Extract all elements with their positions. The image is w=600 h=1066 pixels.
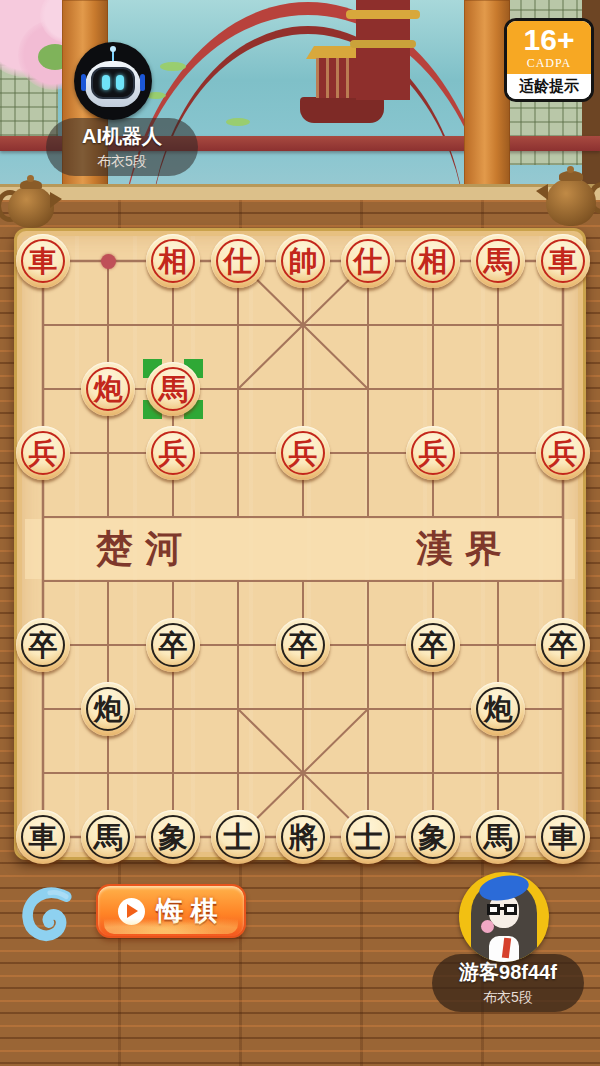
undo-button[interactable]: 悔棋	[96, 884, 246, 938]
age-rating-value: 16+	[507, 25, 591, 55]
bottom-player-avatar girl-avatar[interactable]	[459, 872, 549, 962]
board-piece-red[interactable]: 車	[11, 229, 76, 293]
age-rating-org: CADPA	[507, 56, 591, 71]
board-piece-black[interactable]: 象	[401, 805, 466, 869]
pagoda-roof	[346, 10, 420, 19]
board-piece-red[interactable]: 仕	[206, 229, 271, 293]
boat-hull	[300, 97, 384, 123]
board-piece-black[interactable]: 卒	[11, 613, 76, 677]
robot-ear	[81, 74, 86, 91]
board-piece-red[interactable]: 馬	[466, 229, 531, 293]
board-piece-red[interactable]: 車	[531, 229, 596, 293]
robot-face	[91, 67, 135, 99]
lily-pad	[160, 62, 186, 71]
board-piece-red[interactable]: 相	[141, 229, 206, 293]
avatar-glasses-bridge	[499, 907, 505, 910]
bottom-player-rank: 布衣5段	[483, 989, 533, 1007]
board-piece-black[interactable]: 卒	[401, 613, 466, 677]
bottom-player-name: 游客98f44f	[459, 959, 557, 986]
xiangqi-board[interactable]: 楚河 漢界 車相仕帥仕相馬車炮馬兵兵兵兵兵卒卒卒卒卒炮炮車馬象士將士象馬車	[14, 228, 586, 860]
board-piece-red[interactable]: 帥	[271, 229, 336, 293]
avatar-bubblegum	[481, 920, 494, 933]
pagoda-roof	[350, 40, 416, 48]
board-piece-black[interactable]: 車	[11, 805, 76, 869]
undo-button-label: 悔棋	[157, 893, 225, 929]
board-piece-red[interactable]: 兵	[401, 421, 466, 485]
board-piece-black[interactable]: 將	[271, 805, 336, 869]
back-swirl-icon[interactable]	[16, 886, 74, 942]
age-rating-caption: 适龄提示	[507, 74, 591, 99]
lily-pad	[226, 118, 250, 126]
board-piece-red[interactable]: 兵	[531, 421, 596, 485]
age-rating-badge: 16+ CADPA 适龄提示	[504, 18, 594, 102]
last-move-origin-dot	[101, 254, 116, 269]
board-piece-red[interactable]: 相	[401, 229, 466, 293]
board-piece-black[interactable]: 車	[531, 805, 596, 869]
board-piece-black[interactable]: 卒	[271, 613, 336, 677]
age-rating-top: 16+ CADPA	[507, 21, 591, 74]
board-piece-black[interactable]: 士	[206, 805, 271, 869]
board-piece-red[interactable]: 兵	[11, 421, 76, 485]
board-piece-red[interactable]: 馬	[141, 357, 206, 421]
board-piece-black[interactable]: 炮	[466, 677, 531, 741]
board-piece-black[interactable]: 馬	[466, 805, 531, 869]
last-move-origin	[76, 229, 141, 293]
board-piece-red[interactable]: 兵	[271, 421, 336, 485]
teapot-left	[4, 176, 58, 230]
xiangqi-app: 楚河 漢界 車相仕帥仕相馬車炮馬兵兵兵兵兵卒卒卒卒卒炮炮車馬象士將士象馬車 AI…	[0, 0, 600, 1066]
top-player-avatar robot-avatar[interactable]	[74, 42, 152, 120]
play-icon	[118, 898, 145, 925]
robot-antenna-tip	[110, 46, 116, 52]
piece-grid: 車相仕帥仕相馬車炮馬兵兵兵兵兵卒卒卒卒卒炮炮車馬象士將士象馬車	[11, 229, 596, 869]
board-piece-black[interactable]: 象	[141, 805, 206, 869]
board-piece-black[interactable]: 炮	[76, 677, 141, 741]
board-piece-red[interactable]: 兵	[141, 421, 206, 485]
top-player-name: AI机器人	[82, 123, 162, 150]
board-piece-black[interactable]: 卒	[141, 613, 206, 677]
avatar-glasses	[504, 904, 517, 915]
robot-antenna	[112, 51, 114, 61]
board-piece-red[interactable]: 仕	[336, 229, 401, 293]
robot-eye	[102, 75, 110, 90]
teapot-right	[540, 166, 598, 228]
bottom-player-plate: 游客98f44f 布衣5段	[432, 954, 584, 1012]
board-piece-black[interactable]: 卒	[531, 613, 596, 677]
top-player-plate: AI机器人 布衣5段	[46, 118, 198, 176]
board-piece-black[interactable]: 士	[336, 805, 401, 869]
robot-ear	[140, 74, 145, 91]
board-piece-black[interactable]: 馬	[76, 805, 141, 869]
board-piece-red[interactable]: 炮	[76, 357, 141, 421]
robot-eye	[116, 75, 124, 90]
top-player-rank: 布衣5段	[97, 153, 147, 171]
